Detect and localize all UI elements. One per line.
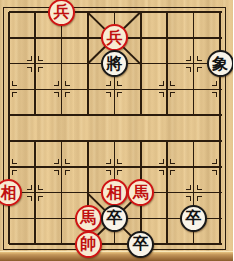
- grid-line: [61, 12, 63, 115]
- position-mark: [106, 81, 111, 86]
- piece-black-soldier[interactable]: 卒: [127, 231, 154, 258]
- position-mark: [54, 81, 59, 86]
- piece-red-elephant[interactable]: 相: [101, 179, 128, 206]
- grid-line: [34, 12, 36, 115]
- grid-line: [9, 89, 222, 91]
- position-mark: [117, 170, 122, 175]
- grid-line: [9, 166, 222, 168]
- position-mark: [170, 170, 175, 175]
- position-mark: [27, 185, 32, 190]
- position-mark: [54, 92, 59, 97]
- position-mark: [197, 67, 202, 72]
- xiangqi-board[interactable]: 兵兵將象相相馬馬卒卒帥卒: [0, 0, 233, 261]
- piece-red-general[interactable]: 帥: [75, 231, 102, 258]
- grid-line: [166, 141, 168, 244]
- position-mark: [170, 81, 175, 86]
- position-mark: [186, 185, 191, 190]
- piece-black-soldier[interactable]: 卒: [180, 205, 207, 232]
- grid-line: [9, 140, 222, 142]
- position-mark: [197, 185, 202, 190]
- position-mark: [159, 81, 164, 86]
- position-mark: [38, 67, 43, 72]
- position-mark: [170, 159, 175, 164]
- piece-black-general[interactable]: 將: [101, 50, 128, 77]
- position-mark: [27, 56, 32, 61]
- position-mark: [54, 170, 59, 175]
- grid-line: [193, 12, 195, 115]
- piece-black-elephant[interactable]: 象: [207, 50, 234, 77]
- position-mark: [117, 92, 122, 97]
- position-mark: [106, 92, 111, 97]
- board-bottom-edge: [0, 251, 233, 261]
- position-mark: [186, 56, 191, 61]
- position-mark: [117, 159, 122, 164]
- grid-line: [9, 243, 222, 245]
- grid-line: [61, 141, 63, 244]
- piece-red-pawn[interactable]: 兵: [48, 0, 75, 26]
- position-mark: [27, 196, 32, 201]
- position-mark: [38, 56, 43, 61]
- position-mark: [159, 92, 164, 97]
- position-mark: [65, 81, 70, 86]
- position-mark: [38, 185, 43, 190]
- grid-line: [34, 141, 36, 244]
- position-mark: [197, 56, 202, 61]
- position-mark: [54, 159, 59, 164]
- position-mark: [12, 159, 17, 164]
- position-mark: [106, 159, 111, 164]
- position-mark: [186, 67, 191, 72]
- position-mark: [197, 196, 202, 201]
- piece-red-horse[interactable]: 馬: [75, 205, 102, 232]
- position-mark: [12, 170, 17, 175]
- position-mark: [212, 92, 217, 97]
- position-mark: [65, 170, 70, 175]
- position-mark: [106, 170, 111, 175]
- position-mark: [65, 159, 70, 164]
- position-mark: [159, 170, 164, 175]
- position-mark: [117, 81, 122, 86]
- position-mark: [12, 92, 17, 97]
- position-mark: [12, 81, 17, 86]
- position-mark: [186, 196, 191, 201]
- position-mark: [212, 81, 217, 86]
- grid-line: [9, 11, 222, 13]
- position-mark: [27, 67, 32, 72]
- grid-line: [9, 114, 222, 116]
- piece-black-soldier[interactable]: 卒: [101, 205, 128, 232]
- piece-red-pawn[interactable]: 兵: [101, 24, 128, 51]
- grid-line: [166, 12, 168, 115]
- position-mark: [38, 196, 43, 201]
- position-mark: [65, 92, 70, 97]
- grid-line: [219, 12, 221, 244]
- grid-line: [8, 12, 10, 244]
- position-mark: [159, 159, 164, 164]
- position-mark: [212, 159, 217, 164]
- position-mark: [170, 92, 175, 97]
- position-mark: [212, 170, 217, 175]
